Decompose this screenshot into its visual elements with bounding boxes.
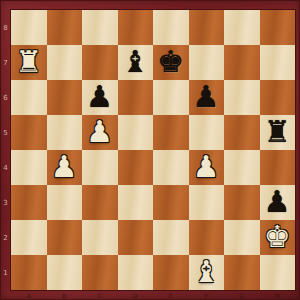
square-e3[interactable] (153, 185, 189, 220)
square-h6[interactable] (260, 80, 296, 115)
black-rook[interactable]: ♜ (264, 117, 291, 147)
white-pawn[interactable]: ♟ (51, 152, 78, 182)
square-a6[interactable] (11, 80, 47, 115)
square-f8[interactable] (189, 10, 225, 45)
square-h8[interactable] (260, 10, 296, 45)
square-a7[interactable]: ♜ (11, 45, 47, 80)
square-h7[interactable] (260, 45, 296, 80)
square-h1[interactable] (260, 255, 296, 290)
square-b2[interactable] (47, 220, 83, 255)
file-label-f: F (189, 290, 225, 300)
rank-label-3: 3 (0, 185, 11, 220)
square-d5[interactable] (118, 115, 154, 150)
white-king[interactable]: ♚ (264, 222, 291, 252)
rank-label-1: 1 (0, 255, 11, 290)
white-bishop[interactable]: ♝ (193, 257, 220, 287)
square-d7[interactable]: ♝ (118, 45, 154, 80)
rank-label-4: 4 (0, 150, 11, 185)
square-f7[interactable] (189, 45, 225, 80)
square-h2[interactable]: ♚ (260, 220, 296, 255)
black-bishop[interactable]: ♝ (122, 47, 149, 77)
rank-label-8: 8 (0, 10, 11, 45)
square-f2[interactable] (189, 220, 225, 255)
square-b5[interactable] (47, 115, 83, 150)
file-label-a: A (11, 290, 47, 300)
rank-label-5: 5 (0, 115, 11, 150)
square-b8[interactable] (47, 10, 83, 45)
rank-label-6: 6 (0, 80, 11, 115)
square-f6[interactable]: ♟ (189, 80, 225, 115)
file-label-h: H (260, 290, 296, 300)
square-e1[interactable] (153, 255, 189, 290)
square-c1[interactable] (82, 255, 118, 290)
square-e5[interactable] (153, 115, 189, 150)
file-label-d: D (118, 290, 154, 300)
square-d4[interactable] (118, 150, 154, 185)
white-rook[interactable]: ♜ (15, 47, 42, 77)
square-c4[interactable] (82, 150, 118, 185)
square-h5[interactable]: ♜ (260, 115, 296, 150)
square-f3[interactable] (189, 185, 225, 220)
chessboard: ♜♝♚♟♟♟♜♟♟♟♚♝ (11, 10, 295, 290)
square-b6[interactable] (47, 80, 83, 115)
square-a4[interactable] (11, 150, 47, 185)
square-d3[interactable] (118, 185, 154, 220)
square-f5[interactable] (189, 115, 225, 150)
square-g8[interactable] (224, 10, 260, 45)
square-a1[interactable] (11, 255, 47, 290)
black-pawn[interactable]: ♟ (264, 187, 291, 217)
square-g1[interactable] (224, 255, 260, 290)
square-h4[interactable] (260, 150, 296, 185)
file-label-b: B (47, 290, 83, 300)
board-frame: ♜♝♚♟♟♟♜♟♟♟♚♝ 87654321 ABCDEFGH (0, 0, 300, 300)
file-label-e: E (153, 290, 189, 300)
square-e4[interactable] (153, 150, 189, 185)
square-a5[interactable] (11, 115, 47, 150)
square-b1[interactable] (47, 255, 83, 290)
square-f1[interactable]: ♝ (189, 255, 225, 290)
square-e8[interactable] (153, 10, 189, 45)
rank-label-7: 7 (0, 45, 11, 80)
square-g2[interactable] (224, 220, 260, 255)
square-b4[interactable]: ♟ (47, 150, 83, 185)
square-c5[interactable]: ♟ (82, 115, 118, 150)
square-f4[interactable]: ♟ (189, 150, 225, 185)
rank-label-2: 2 (0, 220, 11, 255)
square-b3[interactable] (47, 185, 83, 220)
square-b7[interactable] (47, 45, 83, 80)
square-h3[interactable]: ♟ (260, 185, 296, 220)
square-g4[interactable] (224, 150, 260, 185)
file-label-g: G (224, 290, 260, 300)
square-d2[interactable] (118, 220, 154, 255)
square-g5[interactable] (224, 115, 260, 150)
square-c3[interactable] (82, 185, 118, 220)
square-c6[interactable]: ♟ (82, 80, 118, 115)
square-g7[interactable] (224, 45, 260, 80)
square-d1[interactable] (118, 255, 154, 290)
square-g6[interactable] (224, 80, 260, 115)
square-e2[interactable] (153, 220, 189, 255)
black-pawn[interactable]: ♟ (193, 82, 220, 112)
square-g3[interactable] (224, 185, 260, 220)
square-c8[interactable] (82, 10, 118, 45)
square-c2[interactable] (82, 220, 118, 255)
black-king[interactable]: ♚ (157, 47, 184, 77)
black-pawn[interactable]: ♟ (86, 82, 113, 112)
square-a2[interactable] (11, 220, 47, 255)
square-a3[interactable] (11, 185, 47, 220)
square-c7[interactable] (82, 45, 118, 80)
square-d8[interactable] (118, 10, 154, 45)
square-a8[interactable] (11, 10, 47, 45)
square-e7[interactable]: ♚ (153, 45, 189, 80)
square-d6[interactable] (118, 80, 154, 115)
white-pawn[interactable]: ♟ (86, 117, 113, 147)
white-pawn[interactable]: ♟ (193, 152, 220, 182)
square-e6[interactable] (153, 80, 189, 115)
file-label-c: C (82, 290, 118, 300)
